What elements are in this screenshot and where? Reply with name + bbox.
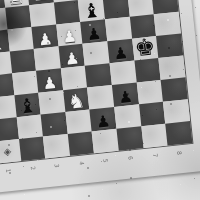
square-c7[interactable] — [29, 3, 56, 27]
piece-bP-f3[interactable]: ♟ — [118, 89, 134, 106]
square-b7[interactable] — [5, 5, 32, 29]
board-maker-logo: ◈ — [3, 145, 12, 157]
piece-wP-c6[interactable]: ♟ — [37, 31, 53, 48]
square-c3[interactable] — [38, 90, 65, 114]
square-e4[interactable] — [85, 63, 112, 87]
grain-dot — [116, 183, 117, 184]
square-b3[interactable]: ♝ — [14, 93, 41, 117]
square-h5[interactable] — [156, 34, 183, 58]
square-f6[interactable] — [105, 17, 132, 41]
grain-dot — [180, 184, 181, 185]
square-d2[interactable] — [65, 109, 92, 133]
square-g3[interactable] — [136, 80, 163, 104]
square-e2[interactable]: ♟ — [90, 107, 117, 131]
square-d4[interactable] — [61, 66, 88, 90]
square-e5[interactable] — [83, 41, 110, 65]
square-c6[interactable]: ♟ — [32, 25, 59, 49]
square-e3[interactable] — [87, 85, 114, 109]
piece-bK-g5[interactable]: ♚ — [134, 35, 157, 60]
grain-dot — [196, 35, 197, 36]
square-h3[interactable] — [161, 77, 188, 101]
square-f2[interactable] — [114, 104, 141, 128]
grain-dot — [88, 195, 90, 197]
square-f3[interactable]: ♟ — [112, 82, 139, 106]
square-b6[interactable] — [7, 27, 34, 51]
grain-dot — [194, 178, 195, 179]
square-c2[interactable] — [41, 112, 68, 136]
square-d5[interactable]: ♟ — [58, 44, 85, 68]
square-b5[interactable] — [9, 49, 36, 73]
square-d7[interactable] — [54, 0, 81, 24]
piece-wB-a6[interactable]: ♝ — [0, 32, 6, 54]
square-f4[interactable] — [110, 61, 137, 85]
piece-bB-e7[interactable]: ♝ — [82, 0, 102, 22]
piece-wP-c4[interactable]: ♟ — [42, 75, 58, 92]
square-f5[interactable]: ♟ — [107, 39, 134, 63]
square-g2[interactable] — [139, 102, 166, 126]
grain-dot — [24, 194, 25, 195]
board-grid: ♜♚♛♝♝♟♟♟♟♟♚♟♝♞♟♟◈ — [0, 0, 193, 165]
piece-wN-d3[interactable]: ♞ — [67, 91, 86, 112]
square-e7[interactable]: ♝ — [78, 0, 105, 22]
piece-wP-d6[interactable]: ♟ — [62, 28, 78, 45]
piece-bP-e2[interactable]: ♟ — [95, 113, 111, 130]
piece-bP-f5[interactable]: ♟ — [113, 45, 129, 62]
chessboard-photo: ♜♚♛♝♝♟♟♟♟♟♚♟♝♞♟♟◈ 12345678 — [0, 0, 200, 200]
piece-bP-e6[interactable]: ♟ — [86, 26, 102, 43]
square-h6[interactable] — [154, 12, 181, 36]
grain-dot — [102, 189, 103, 190]
grain-dot — [195, 7, 196, 8]
square-g5[interactable]: ♚ — [132, 36, 159, 60]
chess-board: ♜♚♛♝♝♟♟♟♟♟♚♟♝♞♟♟◈ 12345678 — [0, 0, 200, 193]
square-h4[interactable] — [158, 55, 185, 79]
square-b4[interactable] — [12, 71, 39, 95]
square-g4[interactable] — [134, 58, 161, 82]
piece-wP-d5[interactable]: ♟ — [64, 50, 80, 67]
square-h2[interactable] — [163, 99, 190, 123]
square-d6[interactable]: ♟ — [56, 22, 83, 46]
piece-bB-b3[interactable]: ♝ — [18, 95, 38, 117]
piece-wR-b8[interactable]: ♜ — [7, 0, 26, 7]
square-d3[interactable]: ♞ — [63, 88, 90, 112]
square-c4[interactable]: ♟ — [36, 68, 63, 92]
square-c5[interactable] — [34, 46, 61, 70]
